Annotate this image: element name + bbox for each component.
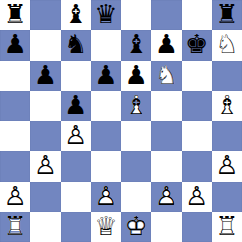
square-g1[interactable] [182,212,212,242]
square-g3[interactable] [182,151,212,181]
piece-white-pawn[interactable]: ♟♙ [61,121,91,151]
square-a5[interactable] [0,91,30,121]
square-b8[interactable] [30,0,60,30]
square-h1[interactable]: ♜♖ [212,212,242,242]
square-h6[interactable] [212,61,242,91]
piece-white-knight[interactable]: ♞♘ [212,30,242,60]
piece-black-knight[interactable]: ♞ [61,30,91,60]
square-f4[interactable] [151,121,181,151]
square-g8[interactable] [182,0,212,30]
square-b2[interactable] [30,182,60,212]
piece-glyph: ♟ [124,62,147,88]
piece-black-king[interactable]: ♚ [182,30,212,60]
square-c1[interactable] [61,212,91,242]
square-d3[interactable] [91,151,121,181]
piece-outline-glyph: ♙ [64,122,87,148]
square-f5[interactable] [151,91,181,121]
piece-outline-glyph: ♘ [155,62,178,88]
square-e2[interactable] [121,182,151,212]
square-h8[interactable]: ♜ [212,0,242,30]
piece-white-rook[interactable]: ♜♖ [212,212,242,242]
piece-black-pawn[interactable]: ♟ [151,30,181,60]
square-h2[interactable] [212,182,242,212]
piece-white-bishop[interactable]: ♝♗ [212,91,242,121]
piece-glyph: ♟ [34,62,57,88]
piece-glyph: ♜ [3,1,26,27]
square-f3[interactable] [151,151,181,181]
square-a7[interactable]: ♟ [0,30,30,60]
square-e3[interactable] [121,151,151,181]
square-a8[interactable]: ♜ [0,0,30,30]
square-d5[interactable] [91,91,121,121]
square-d7[interactable] [91,30,121,60]
piece-outline-glyph: ♙ [94,183,117,209]
piece-black-pawn[interactable]: ♟ [61,91,91,121]
square-c8[interactable]: ♝ [61,0,91,30]
piece-black-queen[interactable]: ♛ [91,0,121,30]
square-b1[interactable] [30,212,60,242]
square-d4[interactable] [91,121,121,151]
square-b5[interactable] [30,91,60,121]
piece-white-pawn[interactable]: ♟♙ [182,182,212,212]
square-g5[interactable] [182,91,212,121]
square-f1[interactable] [151,212,181,242]
square-e4[interactable] [121,121,151,151]
piece-glyph: ♚ [185,31,208,57]
square-a3[interactable] [0,151,30,181]
square-a1[interactable]: ♜♖ [0,212,30,242]
square-b6[interactable]: ♟ [30,61,60,91]
square-g7[interactable]: ♚ [182,30,212,60]
piece-white-pawn[interactable]: ♟♙ [30,151,60,181]
piece-outline-glyph: ♙ [215,152,238,178]
square-g4[interactable] [182,121,212,151]
piece-glyph: ♟ [94,62,117,88]
square-f7[interactable]: ♟ [151,30,181,60]
piece-white-pawn[interactable]: ♟♙ [91,182,121,212]
square-f6[interactable]: ♞♘ [151,61,181,91]
square-b4[interactable] [30,121,60,151]
piece-glyph: ♛ [94,1,117,27]
piece-white-pawn[interactable]: ♟♙ [151,182,181,212]
square-d2[interactable]: ♟♙ [91,182,121,212]
square-a6[interactable] [0,61,30,91]
square-e1[interactable]: ♚♔ [121,212,151,242]
square-c5[interactable]: ♟ [61,91,91,121]
square-d1[interactable]: ♛♕ [91,212,121,242]
piece-outline-glyph: ♗ [215,92,238,118]
piece-white-bishop[interactable]: ♝♗ [121,91,151,121]
piece-glyph: ♜ [215,1,238,27]
square-e8[interactable] [121,0,151,30]
square-g2[interactable]: ♟♙ [182,182,212,212]
piece-glyph: ♝ [124,31,147,57]
piece-black-pawn[interactable]: ♟ [30,61,60,91]
piece-glyph: ♝ [64,1,87,27]
square-c6[interactable] [61,61,91,91]
piece-outline-glyph: ♖ [3,213,26,239]
square-c3[interactable] [61,151,91,181]
piece-white-pawn[interactable]: ♟♙ [212,151,242,181]
piece-outline-glyph: ♙ [155,183,178,209]
piece-black-pawn[interactable]: ♟ [0,30,30,60]
piece-glyph: ♟ [3,31,26,57]
piece-outline-glyph: ♕ [94,213,117,239]
square-h5[interactable]: ♝♗ [212,91,242,121]
piece-outline-glyph: ♔ [124,213,147,239]
square-a4[interactable] [0,121,30,151]
piece-black-rook[interactable]: ♜ [0,0,30,30]
piece-outline-glyph: ♙ [185,183,208,209]
piece-outline-glyph: ♙ [3,183,26,209]
square-f2[interactable]: ♟♙ [151,182,181,212]
square-b7[interactable] [30,30,60,60]
square-c7[interactable]: ♞ [61,30,91,60]
piece-black-pawn[interactable]: ♟ [91,61,121,91]
piece-white-knight[interactable]: ♞♘ [151,61,181,91]
square-d6[interactable]: ♟ [91,61,121,91]
piece-outline-glyph: ♙ [34,152,57,178]
piece-outline-glyph: ♖ [215,213,238,239]
piece-white-queen[interactable]: ♛♕ [91,212,121,242]
square-f8[interactable] [151,0,181,30]
piece-black-rook[interactable]: ♜ [212,0,242,30]
square-a2[interactable]: ♟♙ [0,182,30,212]
piece-black-pawn[interactable]: ♟ [121,61,151,91]
square-c2[interactable] [61,182,91,212]
square-b3[interactable]: ♟♙ [30,151,60,181]
piece-glyph: ♟ [64,92,87,118]
square-h3[interactable]: ♟♙ [212,151,242,181]
square-e7[interactable]: ♝ [121,30,151,60]
square-h7[interactable]: ♞♘ [212,30,242,60]
square-e5[interactable]: ♝♗ [121,91,151,121]
square-e6[interactable]: ♟ [121,61,151,91]
piece-white-pawn[interactable]: ♟♙ [0,182,30,212]
piece-white-rook[interactable]: ♜♖ [0,212,30,242]
square-d8[interactable]: ♛ [91,0,121,30]
piece-black-bishop[interactable]: ♝ [61,0,91,30]
piece-white-king[interactable]: ♚♔ [121,212,151,242]
piece-outline-glyph: ♘ [215,31,238,57]
square-g6[interactable] [182,61,212,91]
chess-board: ♜♝♛♜♟♞♝♟♚♞♘♟♟♟♞♘♟♝♗♝♗♟♙♟♙♟♙♟♙♟♙♟♙♟♙♜♖♛♕♚… [0,0,242,242]
piece-outline-glyph: ♗ [124,92,147,118]
square-c4[interactable]: ♟♙ [61,121,91,151]
square-h4[interactable] [212,121,242,151]
piece-glyph: ♞ [64,31,87,57]
piece-glyph: ♟ [155,31,178,57]
piece-black-bishop[interactable]: ♝ [121,30,151,60]
